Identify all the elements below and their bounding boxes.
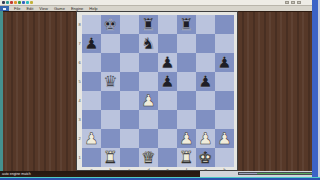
piece-black-pawn[interactable]: ♟	[84, 34, 98, 53]
square-b8[interactable]: ♚	[101, 15, 120, 34]
square-h5[interactable]	[215, 72, 234, 91]
square-g6[interactable]	[196, 53, 215, 72]
toolbar-icon[interactable]	[18, 1, 21, 4]
engine-progress-bar	[238, 172, 317, 175]
square-h2[interactable]: ♟	[215, 129, 234, 148]
square-g3[interactable]	[196, 110, 215, 129]
square-d1[interactable]: ♛	[139, 148, 158, 167]
square-b6[interactable]	[101, 53, 120, 72]
piece-black-pawn[interactable]: ♟	[160, 53, 174, 72]
square-e4[interactable]	[158, 91, 177, 110]
square-g1[interactable]: ♚	[196, 148, 215, 167]
rank-label-4: 4	[77, 91, 82, 110]
square-h7[interactable]	[215, 34, 234, 53]
piece-white-king[interactable]: ♚	[198, 148, 212, 167]
chess-board: ♚♜♜♟♞♟♟♛♟♟♟♟♟♟♟♜♛♜♚	[82, 15, 234, 167]
square-d3[interactable]	[139, 110, 158, 129]
square-a7[interactable]: ♟	[82, 34, 101, 53]
square-e1[interactable]	[158, 148, 177, 167]
square-c1[interactable]	[120, 148, 139, 167]
square-b5[interactable]: ♛	[101, 72, 120, 91]
square-g4[interactable]	[196, 91, 215, 110]
square-b2[interactable]	[101, 129, 120, 148]
square-h3[interactable]	[215, 110, 234, 129]
rank-label-5: 5	[77, 72, 82, 91]
square-b4[interactable]	[101, 91, 120, 110]
menu-active-icon	[3, 8, 6, 10]
piece-white-pawn[interactable]: ♟	[179, 129, 193, 148]
toolbar-icon[interactable]	[22, 1, 25, 4]
piece-white-queen[interactable]: ♛	[141, 148, 155, 167]
square-d4[interactable]: ♟	[139, 91, 158, 110]
square-a6[interactable]	[82, 53, 101, 72]
square-d7[interactable]: ♞	[139, 34, 158, 53]
square-a8[interactable]	[82, 15, 101, 34]
square-b3[interactable]	[101, 110, 120, 129]
square-h8[interactable]	[215, 15, 234, 34]
square-a5[interactable]	[82, 72, 101, 91]
bottom-blue-bar	[0, 178, 320, 180]
square-e5[interactable]: ♟	[158, 72, 177, 91]
caption-text: auto engine match	[2, 172, 31, 176]
square-g7[interactable]	[196, 34, 215, 53]
square-a4[interactable]	[82, 91, 101, 110]
toolbar-icon[interactable]	[2, 1, 5, 4]
square-d8[interactable]: ♜	[139, 15, 158, 34]
piece-black-pawn[interactable]: ♟	[217, 53, 231, 72]
piece-black-rook[interactable]: ♜	[141, 15, 155, 34]
square-b1[interactable]: ♜	[101, 148, 120, 167]
toolbar-icons	[2, 1, 33, 4]
square-f4[interactable]	[177, 91, 196, 110]
piece-black-pawn[interactable]: ♟	[198, 72, 212, 91]
piece-black-king[interactable]: ♚	[103, 15, 117, 34]
square-c4[interactable]	[120, 91, 139, 110]
piece-black-queen[interactable]: ♛	[103, 72, 117, 91]
square-c3[interactable]	[120, 110, 139, 129]
piece-white-pawn[interactable]: ♟	[141, 91, 155, 110]
piece-black-rook[interactable]: ♜	[179, 15, 193, 34]
rank-label-3: 3	[77, 110, 82, 129]
piece-white-rook[interactable]: ♜	[179, 148, 193, 167]
app-screen: File Edit View Game Engine Help ♚♜♜♟♞♟♟♛…	[0, 0, 320, 180]
square-c2[interactable]	[120, 129, 139, 148]
square-f6[interactable]	[177, 53, 196, 72]
square-g2[interactable]: ♟	[196, 129, 215, 148]
maximize-button[interactable]	[291, 1, 295, 4]
rank-label-8: 8	[77, 15, 82, 34]
square-f1[interactable]: ♜	[177, 148, 196, 167]
square-h6[interactable]: ♟	[215, 53, 234, 72]
square-c7[interactable]	[120, 34, 139, 53]
square-f3[interactable]	[177, 110, 196, 129]
square-c8[interactable]	[120, 15, 139, 34]
toolbar-icon[interactable]	[30, 1, 33, 4]
minimize-button[interactable]	[285, 1, 289, 4]
piece-white-pawn[interactable]: ♟	[198, 129, 212, 148]
toolbar-icon[interactable]	[14, 1, 17, 4]
square-g8[interactable]	[196, 15, 215, 34]
square-c6[interactable]	[120, 53, 139, 72]
square-f7[interactable]	[177, 34, 196, 53]
square-a2[interactable]: ♟	[82, 129, 101, 148]
rank-label-1: 1	[77, 148, 82, 167]
square-a1[interactable]	[82, 148, 101, 167]
square-e7[interactable]	[158, 34, 177, 53]
rank-label-7: 7	[77, 34, 82, 53]
engine-progress-fill	[257, 173, 316, 174]
square-h1[interactable]	[215, 148, 234, 167]
square-h4[interactable]	[215, 91, 234, 110]
square-f8[interactable]: ♜	[177, 15, 196, 34]
square-d5[interactable]	[139, 72, 158, 91]
square-c5[interactable]	[120, 72, 139, 91]
square-e2[interactable]	[158, 129, 177, 148]
piece-white-rook[interactable]: ♜	[103, 148, 117, 167]
window-left-border	[0, 11, 3, 171]
square-b7[interactable]	[101, 34, 120, 53]
square-f5[interactable]	[177, 72, 196, 91]
square-e3[interactable]	[158, 110, 177, 129]
piece-black-pawn[interactable]: ♟	[160, 72, 174, 91]
window-controls[interactable]	[285, 1, 301, 4]
toolbar-icon[interactable]	[26, 1, 29, 4]
square-d2[interactable]	[139, 129, 158, 148]
toolbar-icon[interactable]	[10, 1, 13, 4]
piece-black-knight[interactable]: ♞	[141, 34, 155, 53]
board-window: ♚♜♜♟♞♟♟♛♟♟♟♟♟♟♟♜♛♜♚ 87654321abcdefgh	[76, 11, 238, 171]
piece-white-pawn[interactable]: ♟	[217, 129, 231, 148]
square-f2[interactable]: ♟	[177, 129, 196, 148]
piece-white-pawn[interactable]: ♟	[84, 129, 98, 148]
square-e6[interactable]: ♟	[158, 53, 177, 72]
close-button[interactable]	[297, 1, 301, 4]
rank-label-6: 6	[77, 53, 82, 72]
toolbar-icon[interactable]	[6, 1, 9, 4]
square-g5[interactable]: ♟	[196, 72, 215, 91]
square-a3[interactable]	[82, 110, 101, 129]
rank-label-2: 2	[77, 129, 82, 148]
square-e8[interactable]	[158, 15, 177, 34]
square-d6[interactable]	[139, 53, 158, 72]
